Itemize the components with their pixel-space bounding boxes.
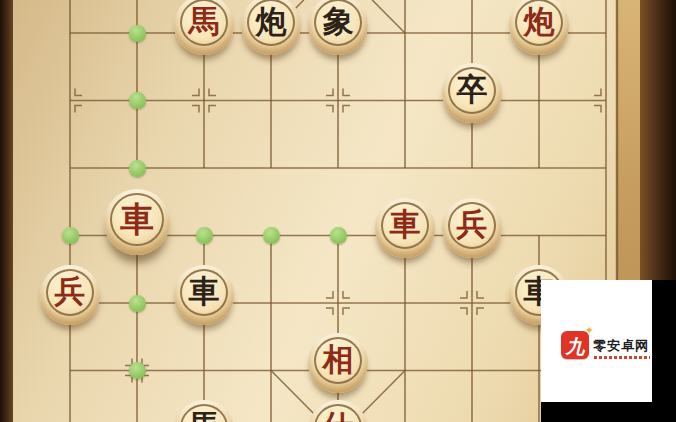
piece-red-elephant[interactable]: 相: [308, 333, 368, 393]
move-hint-dot[interactable]: [62, 227, 79, 244]
move-hint-dot[interactable]: [196, 227, 213, 244]
move-hint-dot[interactable]: [129, 295, 146, 312]
move-hint-dot[interactable]: [129, 92, 146, 109]
logo-tagline-illegible: [594, 356, 650, 359]
piece-character: 炮: [241, 6, 301, 37]
piece-character: 象: [308, 6, 368, 37]
move-hint-dot[interactable]: [129, 362, 146, 379]
piece-character: 相: [308, 344, 368, 375]
piece-character: 車: [375, 209, 435, 240]
logo-seal-character: 九: [561, 334, 589, 360]
logo-site-name: 零安卓网: [593, 337, 649, 355]
piece-character: 馬: [174, 6, 234, 37]
piece-character: 馬: [174, 411, 234, 422]
piece-black-chariot[interactable]: 車: [174, 265, 234, 325]
watermark-logo-card: 九 ✦ 零安卓网: [541, 280, 652, 402]
piece-character: 車: [104, 201, 170, 235]
piece-red-chariot-selected[interactable]: 車: [104, 189, 170, 255]
move-hint-dot[interactable]: [263, 227, 280, 244]
move-hint-dot[interactable]: [129, 160, 146, 177]
move-hint-dot[interactable]: [129, 25, 146, 42]
piece-character: 仕: [308, 411, 368, 422]
move-hint-dot[interactable]: [330, 227, 347, 244]
piece-red-chariot[interactable]: 車: [375, 198, 435, 258]
piece-character: 兵: [442, 209, 502, 240]
piece-black-soldier[interactable]: 卒: [442, 63, 502, 123]
piece-character: 炮: [509, 6, 569, 37]
piece-red-soldier[interactable]: 兵: [442, 198, 502, 258]
piece-character: 卒: [442, 74, 502, 105]
piece-character: 兵: [40, 276, 100, 307]
piece-character: 車: [174, 276, 234, 307]
piece-red-soldier-2[interactable]: 兵: [40, 265, 100, 325]
crown-icon: ✦: [585, 324, 594, 337]
xiangqi-game-screenshot: 馬炮象炮卒車車兵兵車車相馬仕 九 ✦ 零安卓网: [0, 0, 676, 422]
logo-seal: 九 ✦: [561, 331, 589, 359]
